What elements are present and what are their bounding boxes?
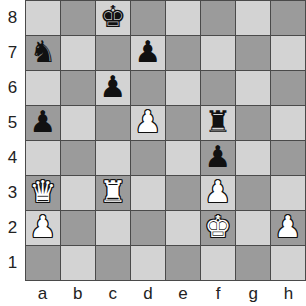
rank-label-7: 7 [0,35,25,70]
square-g1[interactable] [236,246,270,280]
square-b3[interactable] [61,176,95,210]
square-d5[interactable]: ♟ [131,106,165,140]
rank-label-4: 4 [0,141,25,176]
file-label-c: c [95,281,130,306]
square-b8[interactable] [61,1,95,35]
square-e3[interactable] [166,176,200,210]
square-e6[interactable] [166,71,200,105]
square-b1[interactable] [61,246,95,280]
file-label-h: h [271,281,306,306]
square-g7[interactable] [236,36,270,70]
chess-board: ♚♞♟♟♟♟♜♟♛♜♟♟♚♟ [25,0,306,281]
square-c4[interactable] [96,141,130,175]
square-f4[interactable]: ♟ [201,141,235,175]
square-b7[interactable] [61,36,95,70]
file-label-e: e [166,281,201,306]
square-d2[interactable] [131,211,165,245]
square-f8[interactable] [201,1,235,35]
rank-label-2: 2 [0,211,25,246]
square-c3[interactable]: ♜ [96,176,130,210]
square-h3[interactable] [271,176,305,210]
square-d1[interactable] [131,246,165,280]
square-e2[interactable] [166,211,200,245]
square-a8[interactable] [26,1,60,35]
chess-diagram: 87654321 ♚♞♟♟♟♟♜♟♛♜♟♟♚♟ abcdefgh [0,0,306,306]
black-pawn-a5: ♟ [30,107,57,137]
square-e8[interactable] [166,1,200,35]
square-d8[interactable] [131,1,165,35]
square-g8[interactable] [236,1,270,35]
white-pawn-d5: ♟ [135,107,162,137]
square-f5[interactable]: ♜ [201,106,235,140]
square-e1[interactable] [166,246,200,280]
square-d6[interactable] [131,71,165,105]
rank-labels: 87654321 [0,0,25,281]
black-knight-a7: ♞ [30,37,57,67]
white-queen-a3: ♛ [30,177,57,207]
square-d3[interactable] [131,176,165,210]
square-h8[interactable] [271,1,305,35]
square-c1[interactable] [96,246,130,280]
white-pawn-f3: ♟ [205,177,232,207]
file-label-f: f [201,281,236,306]
square-h1[interactable] [271,246,305,280]
square-c5[interactable] [96,106,130,140]
square-h6[interactable] [271,71,305,105]
square-g2[interactable] [236,211,270,245]
rank-label-6: 6 [0,70,25,105]
square-f2[interactable]: ♚ [201,211,235,245]
square-a4[interactable] [26,141,60,175]
corner-spacer [0,281,25,306]
square-h7[interactable] [271,36,305,70]
square-f6[interactable] [201,71,235,105]
file-label-d: d [130,281,165,306]
square-g6[interactable] [236,71,270,105]
white-pawn-h2: ♟ [275,212,302,242]
square-a6[interactable] [26,71,60,105]
square-b4[interactable] [61,141,95,175]
square-b2[interactable] [61,211,95,245]
rank-label-3: 3 [0,176,25,211]
square-f7[interactable] [201,36,235,70]
square-a7[interactable]: ♞ [26,36,60,70]
square-g4[interactable] [236,141,270,175]
rank-label-1: 1 [0,246,25,281]
square-c7[interactable] [96,36,130,70]
file-label-g: g [236,281,271,306]
file-label-a: a [25,281,60,306]
square-d4[interactable] [131,141,165,175]
white-pawn-a2: ♟ [30,212,57,242]
file-labels: abcdefgh [25,281,306,306]
square-h4[interactable] [271,141,305,175]
square-e5[interactable] [166,106,200,140]
square-c8[interactable]: ♚ [96,1,130,35]
black-king-c8: ♚ [100,2,127,32]
square-f1[interactable] [201,246,235,280]
square-c2[interactable] [96,211,130,245]
square-b5[interactable] [61,106,95,140]
square-d7[interactable]: ♟ [131,36,165,70]
file-label-b: b [60,281,95,306]
square-a5[interactable]: ♟ [26,106,60,140]
white-king-f2: ♚ [205,212,232,242]
square-g5[interactable] [236,106,270,140]
white-rook-c3: ♜ [100,177,127,207]
black-pawn-c6: ♟ [100,72,127,102]
black-pawn-d7: ♟ [135,37,162,67]
square-g3[interactable] [236,176,270,210]
square-c6[interactable]: ♟ [96,71,130,105]
square-h5[interactable] [271,106,305,140]
rank-label-8: 8 [0,0,25,35]
rank-label-5: 5 [0,105,25,140]
square-h2[interactable]: ♟ [271,211,305,245]
square-b6[interactable] [61,71,95,105]
square-f3[interactable]: ♟ [201,176,235,210]
square-a3[interactable]: ♛ [26,176,60,210]
square-e4[interactable] [166,141,200,175]
black-pawn-f4: ♟ [205,142,232,172]
square-a2[interactable]: ♟ [26,211,60,245]
square-a1[interactable] [26,246,60,280]
black-rook-f5: ♜ [205,107,232,137]
square-e7[interactable] [166,36,200,70]
